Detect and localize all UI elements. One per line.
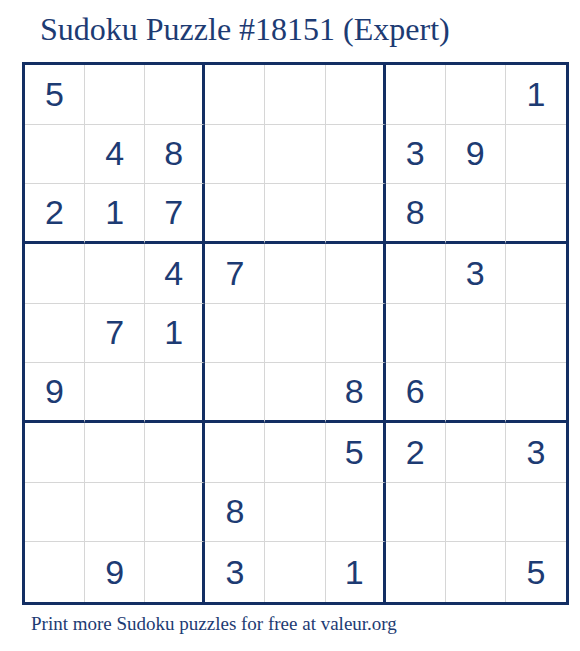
sudoku-cell-empty xyxy=(205,184,265,244)
sudoku-cell-empty xyxy=(205,423,265,483)
sudoku-cell-given: 7 xyxy=(145,184,205,244)
sudoku-cell-empty xyxy=(265,542,325,602)
sudoku-cell-empty xyxy=(265,244,325,304)
sudoku-cell-empty xyxy=(446,423,506,483)
sudoku-cell-empty xyxy=(205,125,265,185)
sudoku-cell-empty xyxy=(145,483,205,543)
sudoku-cell-empty xyxy=(506,363,566,423)
sudoku-cell-empty xyxy=(506,483,566,543)
sudoku-cell-given: 7 xyxy=(205,244,265,304)
sudoku-cell-given: 2 xyxy=(25,184,85,244)
sudoku-cell-empty xyxy=(265,423,325,483)
sudoku-cell-given: 9 xyxy=(85,542,145,602)
sudoku-cell-empty xyxy=(446,184,506,244)
sudoku-cell-empty xyxy=(386,65,446,125)
sudoku-cell-empty xyxy=(326,244,386,304)
sudoku-cell-empty xyxy=(85,363,145,423)
sudoku-cell-empty xyxy=(265,483,325,543)
sudoku-cell-given: 8 xyxy=(205,483,265,543)
sudoku-cell-given: 3 xyxy=(446,244,506,304)
sudoku-cell-empty xyxy=(265,363,325,423)
sudoku-cell-empty xyxy=(85,244,145,304)
sudoku-cell-empty xyxy=(326,304,386,364)
sudoku-cell-empty xyxy=(326,125,386,185)
sudoku-cell-empty xyxy=(205,304,265,364)
footer-text: Print more Sudoku puzzles for free at va… xyxy=(31,613,397,635)
sudoku-cell-given: 1 xyxy=(506,65,566,125)
sudoku-cell-empty xyxy=(85,65,145,125)
sudoku-cell-empty xyxy=(85,483,145,543)
sudoku-cell-empty xyxy=(145,423,205,483)
sudoku-cell-empty xyxy=(506,184,566,244)
page-title: Sudoku Puzzle #18151 (Expert) xyxy=(40,10,450,48)
sudoku-cell-given: 4 xyxy=(145,244,205,304)
sudoku-cell-empty xyxy=(446,542,506,602)
sudoku-cell-given: 5 xyxy=(25,65,85,125)
sudoku-cell-empty xyxy=(265,125,325,185)
sudoku-cell-empty xyxy=(446,304,506,364)
sudoku-cell-empty xyxy=(145,542,205,602)
sudoku-cell-empty xyxy=(446,65,506,125)
sudoku-board: 51483921784737198652389315 xyxy=(22,62,569,605)
sudoku-cell-given: 5 xyxy=(326,423,386,483)
sudoku-cell-empty xyxy=(326,65,386,125)
sudoku-cell-empty xyxy=(265,65,325,125)
sudoku-cell-empty xyxy=(85,423,145,483)
sudoku-cell-empty xyxy=(386,542,446,602)
sudoku-cell-empty xyxy=(25,125,85,185)
sudoku-cell-given: 7 xyxy=(85,304,145,364)
sudoku-cell-empty xyxy=(25,244,85,304)
sudoku-cell-empty xyxy=(506,244,566,304)
sudoku-cell-given: 5 xyxy=(506,542,566,602)
sudoku-cell-given: 2 xyxy=(386,423,446,483)
sudoku-cell-given: 1 xyxy=(326,542,386,602)
sudoku-cell-empty xyxy=(386,244,446,304)
sudoku-cell-empty xyxy=(25,304,85,364)
sudoku-cell-given: 9 xyxy=(446,125,506,185)
sudoku-cell-empty xyxy=(506,304,566,364)
sudoku-cell-empty xyxy=(506,125,566,185)
sudoku-cell-empty xyxy=(386,304,446,364)
sudoku-cell-given: 3 xyxy=(506,423,566,483)
sudoku-cell-empty xyxy=(326,483,386,543)
sudoku-cell-given: 8 xyxy=(326,363,386,423)
sudoku-cell-empty xyxy=(25,423,85,483)
sudoku-cell-given: 1 xyxy=(85,184,145,244)
sudoku-cell-empty xyxy=(265,184,325,244)
sudoku-cell-empty xyxy=(145,363,205,423)
sudoku-cell-given: 1 xyxy=(145,304,205,364)
sudoku-cell-empty xyxy=(386,483,446,543)
sudoku-cell-given: 3 xyxy=(386,125,446,185)
sudoku-cell-given: 4 xyxy=(85,125,145,185)
sudoku-cell-empty xyxy=(205,65,265,125)
sudoku-cell-given: 8 xyxy=(386,184,446,244)
sudoku-cell-empty xyxy=(205,363,265,423)
sudoku-cell-empty xyxy=(446,363,506,423)
sudoku-cell-empty xyxy=(145,65,205,125)
sudoku-cell-empty xyxy=(25,542,85,602)
sudoku-cell-given: 6 xyxy=(386,363,446,423)
sudoku-cell-empty xyxy=(25,483,85,543)
sudoku-cell-given: 8 xyxy=(145,125,205,185)
sudoku-cell-empty xyxy=(326,184,386,244)
sudoku-cell-empty xyxy=(446,483,506,543)
sudoku-cell-given: 3 xyxy=(205,542,265,602)
sudoku-cell-given: 9 xyxy=(25,363,85,423)
sudoku-cell-empty xyxy=(265,304,325,364)
